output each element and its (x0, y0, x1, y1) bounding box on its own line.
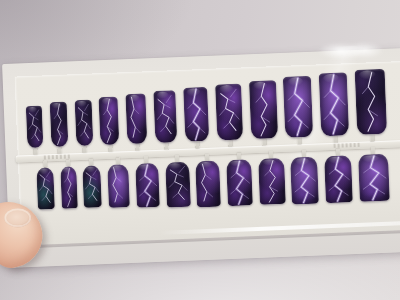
nail-unit (195, 153, 221, 207)
sprue-stem (136, 144, 140, 151)
press-on-nail (226, 159, 253, 206)
nail-unit (355, 69, 388, 142)
photo-background (0, 0, 400, 300)
press-on-nail (358, 154, 390, 202)
press-on-nail (183, 87, 209, 142)
nail-unit (215, 84, 244, 148)
nail-unit (183, 87, 209, 149)
press-on-nail (107, 164, 130, 208)
nail-unit (153, 90, 177, 150)
nail-unit (74, 100, 93, 154)
press-on-nail (26, 106, 44, 149)
nail-unit (258, 151, 286, 205)
nail-unit (248, 80, 278, 146)
nail-unit (99, 96, 120, 152)
press-on-nail (153, 90, 177, 143)
sprue-stem (195, 141, 199, 148)
nail-unit (324, 148, 353, 203)
sprue-stem (228, 140, 232, 147)
sleeve-crinkle-highlight (318, 41, 384, 62)
sprue-stem (58, 147, 62, 154)
press-on-nail (355, 69, 388, 135)
nail-package (2, 48, 400, 268)
press-on-nail (319, 72, 350, 136)
sprue-stem (262, 139, 266, 146)
nail-unit (226, 152, 253, 206)
press-on-nail (36, 167, 55, 210)
press-on-nail (195, 160, 221, 207)
press-on-nail (215, 84, 243, 141)
nail-unit (49, 102, 68, 155)
nail-unit (107, 157, 130, 208)
press-on-nail (83, 165, 103, 208)
thumb-fingernail (4, 208, 31, 227)
nail-unit (358, 147, 390, 202)
press-on-nail (60, 166, 78, 209)
press-on-nail (258, 158, 286, 205)
nail-unit (60, 159, 78, 209)
press-on-nail (165, 162, 191, 208)
nail-unit (283, 76, 314, 145)
press-on-nail (126, 93, 148, 144)
sprue-stem (83, 146, 87, 153)
press-on-nail (135, 163, 160, 208)
sprue-stem (108, 145, 112, 152)
nail-unit (290, 150, 319, 205)
press-on-nail (291, 157, 320, 205)
nail-row-top (25, 69, 388, 155)
press-on-nail (324, 155, 353, 203)
sprue-stem (333, 136, 337, 143)
press-on-nail (248, 80, 277, 139)
nail-unit (126, 93, 148, 151)
nail-unit (319, 72, 350, 143)
nail-unit (82, 158, 102, 208)
sprue-stem (298, 137, 302, 144)
sprue-stem (33, 148, 37, 155)
press-on-nail (49, 102, 68, 148)
nail-unit (135, 156, 160, 208)
press-on-nail (74, 100, 93, 147)
nail-unit (26, 106, 44, 156)
nail-unit (36, 160, 55, 210)
press-on-nail (283, 76, 313, 138)
nail-unit (164, 155, 190, 208)
sprue-stem (370, 134, 374, 141)
sprue-stem (164, 142, 168, 149)
press-on-nail (99, 96, 120, 145)
